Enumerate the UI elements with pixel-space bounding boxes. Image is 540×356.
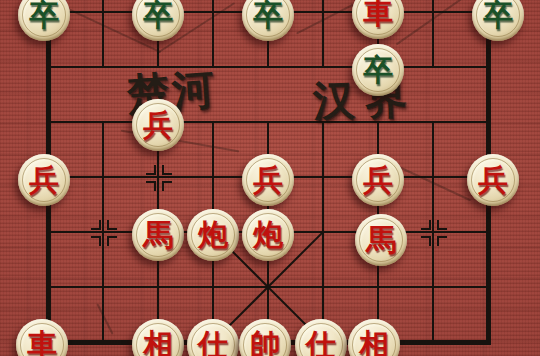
piece-character: 仕 xyxy=(306,330,336,356)
xiangqi-board: 楚河 汉界 卒卒卒車卒卒兵兵兵兵兵馬炮炮馬車相仕帥仕相 xyxy=(0,0,540,356)
piece-red-soldier[interactable]: 兵 xyxy=(242,154,294,206)
piece-character: 兵 xyxy=(363,165,393,195)
piece-red-cannon[interactable]: 炮 xyxy=(187,209,239,261)
piece-red-horse[interactable]: 馬 xyxy=(355,214,407,266)
point-marker xyxy=(91,236,101,246)
grid-line xyxy=(432,122,434,343)
grid-line xyxy=(48,121,490,123)
piece-character: 馬 xyxy=(143,220,173,250)
piece-black-soldier[interactable]: 卒 xyxy=(242,0,294,41)
point-marker xyxy=(146,181,156,191)
piece-red-soldier[interactable]: 兵 xyxy=(132,99,184,151)
piece-character: 卒 xyxy=(253,0,283,30)
piece-character: 馬 xyxy=(366,225,396,255)
piece-character: 卒 xyxy=(143,0,173,30)
grid-line xyxy=(48,66,490,68)
point-marker xyxy=(437,236,447,246)
piece-red-soldier[interactable]: 兵 xyxy=(352,154,404,206)
piece-red-horse[interactable]: 馬 xyxy=(132,209,184,261)
piece-character: 兵 xyxy=(253,165,283,195)
grid-line xyxy=(102,0,104,68)
piece-character: 兵 xyxy=(143,110,173,140)
piece-character: 相 xyxy=(359,330,389,356)
fabric-crease xyxy=(296,4,354,35)
piece-character: 炮 xyxy=(198,220,228,250)
piece-character: 卒 xyxy=(483,0,513,30)
piece-character: 仕 xyxy=(198,330,228,356)
piece-red-soldier[interactable]: 兵 xyxy=(467,154,519,206)
piece-black-soldier[interactable]: 卒 xyxy=(132,0,184,41)
point-marker xyxy=(437,220,447,230)
piece-character: 車 xyxy=(27,330,57,356)
piece-character: 卒 xyxy=(363,55,393,85)
piece-red-cannon[interactable]: 炮 xyxy=(242,209,294,261)
piece-black-soldier[interactable]: 卒 xyxy=(472,0,524,41)
piece-character: 炮 xyxy=(253,220,283,250)
piece-red-chariot[interactable]: 車 xyxy=(16,319,68,356)
piece-character: 車 xyxy=(363,0,393,28)
point-marker xyxy=(421,220,431,230)
grid-line xyxy=(102,122,104,343)
point-marker xyxy=(107,236,117,246)
piece-character: 卒 xyxy=(29,0,59,30)
piece-red-advisor[interactable]: 仕 xyxy=(295,319,347,356)
grid-line xyxy=(322,0,324,68)
piece-red-chariot[interactable]: 車 xyxy=(352,0,404,39)
point-marker xyxy=(146,165,156,175)
grid-line xyxy=(432,0,434,68)
piece-red-elephant[interactable]: 相 xyxy=(348,319,400,356)
piece-character: 帥 xyxy=(250,330,280,356)
piece-character: 相 xyxy=(143,330,173,356)
piece-red-general[interactable]: 帥 xyxy=(239,319,291,356)
point-marker xyxy=(421,236,431,246)
piece-character: 兵 xyxy=(478,165,508,195)
point-marker xyxy=(162,181,172,191)
piece-character: 兵 xyxy=(29,165,59,195)
piece-red-soldier[interactable]: 兵 xyxy=(18,154,70,206)
fabric-crease xyxy=(396,0,464,45)
fabric-crease xyxy=(96,303,113,334)
grid-line xyxy=(212,0,214,68)
point-marker xyxy=(91,220,101,230)
piece-black-soldier[interactable]: 卒 xyxy=(18,0,70,41)
point-marker xyxy=(162,165,172,175)
point-marker xyxy=(107,220,117,230)
piece-red-elephant[interactable]: 相 xyxy=(132,319,184,356)
piece-black-soldier[interactable]: 卒 xyxy=(352,44,404,96)
